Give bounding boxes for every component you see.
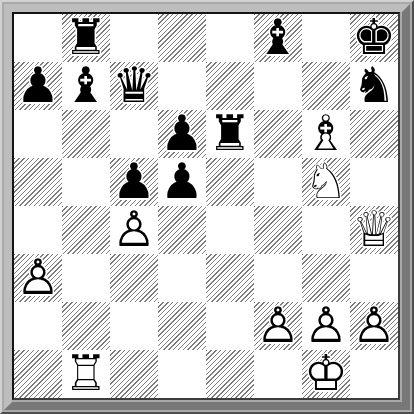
square-c1[interactable] xyxy=(110,350,158,398)
square-g7[interactable] xyxy=(302,62,350,110)
square-c2[interactable] xyxy=(110,302,158,350)
square-g4[interactable] xyxy=(302,206,350,254)
white-rook-outline: ♖ xyxy=(62,350,110,398)
square-d2[interactable] xyxy=(158,302,206,350)
square-h1[interactable] xyxy=(350,350,398,398)
black-pawn: ♟ xyxy=(110,158,158,206)
square-e8[interactable] xyxy=(206,14,254,62)
square-f5[interactable] xyxy=(254,158,302,206)
white-pawn: ♟♙ xyxy=(14,254,62,302)
square-d1[interactable] xyxy=(158,350,206,398)
square-c8[interactable] xyxy=(110,14,158,62)
white-pawn-outline: ♙ xyxy=(302,302,350,350)
square-a3[interactable]: ♟♙ xyxy=(14,254,62,302)
square-a4[interactable] xyxy=(14,206,62,254)
square-g6[interactable]: ♝♗ xyxy=(302,110,350,158)
white-rook: ♜♖ xyxy=(62,350,110,398)
square-b8[interactable]: ♜ xyxy=(62,14,110,62)
square-g1[interactable]: ♚♔ xyxy=(302,350,350,398)
square-e2[interactable] xyxy=(206,302,254,350)
square-f6[interactable] xyxy=(254,110,302,158)
square-a6[interactable] xyxy=(14,110,62,158)
square-c6[interactable] xyxy=(110,110,158,158)
square-a1[interactable] xyxy=(14,350,62,398)
square-c3[interactable] xyxy=(110,254,158,302)
white-pawn: ♟♙ xyxy=(110,206,158,254)
square-e1[interactable] xyxy=(206,350,254,398)
white-pawn-outline: ♙ xyxy=(350,302,398,350)
square-d6[interactable]: ♟ xyxy=(158,110,206,158)
square-a7[interactable]: ♟ xyxy=(14,62,62,110)
square-f1[interactable] xyxy=(254,350,302,398)
black-king: ♚ xyxy=(350,14,398,62)
square-h7[interactable]: ♞ xyxy=(350,62,398,110)
white-pawn: ♟♙ xyxy=(302,302,350,350)
black-pawn: ♟ xyxy=(158,110,206,158)
square-h4[interactable]: ♛♕ xyxy=(350,206,398,254)
square-g3[interactable] xyxy=(302,254,350,302)
black-bishop: ♝ xyxy=(62,62,110,110)
white-pawn-outline: ♙ xyxy=(254,302,302,350)
white-pawn: ♟♙ xyxy=(254,302,302,350)
square-a8[interactable] xyxy=(14,14,62,62)
white-king: ♚♔ xyxy=(302,350,350,398)
white-pawn-outline: ♙ xyxy=(110,206,158,254)
chess-diagram: ♜♝♚♟♝♛♞♟♜♝♗♟♟♞♘♟♙♛♕♟♙♟♙♟♙♟♙♜♖♚♔ xyxy=(0,0,414,414)
white-queen-outline: ♕ xyxy=(350,206,398,254)
white-bishop: ♝♗ xyxy=(302,110,350,158)
square-h6[interactable] xyxy=(350,110,398,158)
black-queen: ♛ xyxy=(110,62,158,110)
square-a2[interactable] xyxy=(14,302,62,350)
white-queen: ♛♕ xyxy=(350,206,398,254)
black-rook: ♜ xyxy=(206,110,254,158)
white-pawn-outline: ♙ xyxy=(14,254,62,302)
square-h5[interactable] xyxy=(350,158,398,206)
square-e4[interactable] xyxy=(206,206,254,254)
square-c5[interactable]: ♟ xyxy=(110,158,158,206)
square-e7[interactable] xyxy=(206,62,254,110)
square-b6[interactable] xyxy=(62,110,110,158)
square-c4[interactable]: ♟♙ xyxy=(110,206,158,254)
white-pawn: ♟♙ xyxy=(350,302,398,350)
white-king-outline: ♔ xyxy=(302,350,350,398)
square-b7[interactable]: ♝ xyxy=(62,62,110,110)
black-pawn: ♟ xyxy=(158,158,206,206)
square-c7[interactable]: ♛ xyxy=(110,62,158,110)
white-bishop-outline: ♗ xyxy=(302,110,350,158)
square-d5[interactable]: ♟ xyxy=(158,158,206,206)
square-e3[interactable] xyxy=(206,254,254,302)
square-e5[interactable] xyxy=(206,158,254,206)
black-pawn: ♟ xyxy=(14,62,62,110)
square-g5[interactable]: ♞♘ xyxy=(302,158,350,206)
square-h3[interactable] xyxy=(350,254,398,302)
black-bishop: ♝ xyxy=(254,14,302,62)
square-b1[interactable]: ♜♖ xyxy=(62,350,110,398)
square-d7[interactable] xyxy=(158,62,206,110)
square-f8[interactable]: ♝ xyxy=(254,14,302,62)
square-f7[interactable] xyxy=(254,62,302,110)
square-e6[interactable]: ♜ xyxy=(206,110,254,158)
white-knight: ♞♘ xyxy=(302,158,350,206)
black-knight: ♞ xyxy=(350,62,398,110)
white-knight-outline: ♘ xyxy=(302,158,350,206)
black-rook: ♜ xyxy=(62,14,110,62)
square-g8[interactable] xyxy=(302,14,350,62)
square-d4[interactable] xyxy=(158,206,206,254)
square-f4[interactable] xyxy=(254,206,302,254)
square-b3[interactable] xyxy=(62,254,110,302)
square-a5[interactable] xyxy=(14,158,62,206)
square-b5[interactable] xyxy=(62,158,110,206)
square-b2[interactable] xyxy=(62,302,110,350)
square-f3[interactable] xyxy=(254,254,302,302)
square-f2[interactable]: ♟♙ xyxy=(254,302,302,350)
square-b4[interactable] xyxy=(62,206,110,254)
square-d8[interactable] xyxy=(158,14,206,62)
square-h2[interactable]: ♟♙ xyxy=(350,302,398,350)
square-d3[interactable] xyxy=(158,254,206,302)
square-h8[interactable]: ♚ xyxy=(350,14,398,62)
square-g2[interactable]: ♟♙ xyxy=(302,302,350,350)
chess-board: ♜♝♚♟♝♛♞♟♜♝♗♟♟♞♘♟♙♛♕♟♙♟♙♟♙♟♙♜♖♚♔ xyxy=(14,14,398,398)
